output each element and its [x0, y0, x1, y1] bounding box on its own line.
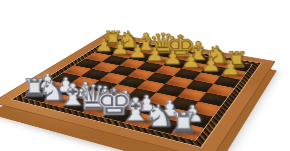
piece-black-pawn[interactable]: ♟ — [128, 44, 147, 60]
piece-black-pawn[interactable]: ♟ — [111, 41, 129, 57]
piece-white-rook[interactable]: ♜ — [168, 111, 198, 137]
chessboard-box: ♜♞♝♛♚♝♞♜♟♟♟♟♟♟♟♟♟♟♟♟♟♟♟♟♜♞♝♛♚♝♞♜ — [0, 33, 276, 151]
chess-set-photo: ♜♞♝♛♚♝♞♜♟♟♟♟♟♟♟♟♟♟♟♟♟♟♟♟♜♞♝♛♚♝♞♜ — [0, 0, 290, 151]
piece-black-pawn[interactable]: ♟ — [220, 60, 240, 77]
piece-black-pawn[interactable]: ♟ — [201, 56, 221, 73]
piece-black-pawn[interactable]: ♟ — [182, 53, 202, 70]
piece-black-pawn[interactable]: ♟ — [163, 50, 182, 67]
piece-black-pawn[interactable]: ♟ — [145, 47, 164, 63]
